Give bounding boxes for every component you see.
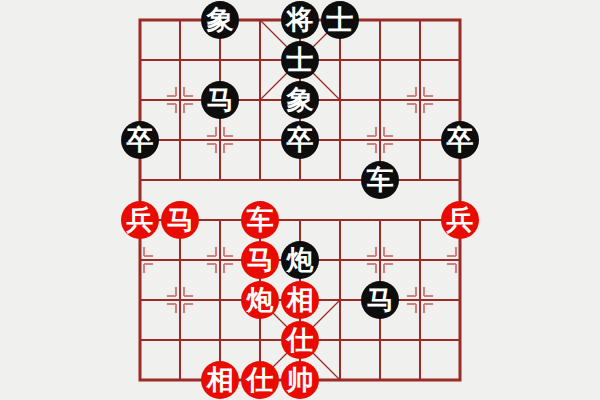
board-point[interactable]: 兵 <box>120 200 160 240</box>
board-point[interactable] <box>160 0 200 40</box>
piece-black-horse[interactable]: 马 <box>361 281 399 319</box>
board-point[interactable]: 相 <box>200 360 240 400</box>
board-point[interactable] <box>360 240 400 280</box>
board-point[interactable] <box>440 360 480 400</box>
board-point[interactable] <box>200 120 240 160</box>
board-point[interactable] <box>240 120 280 160</box>
board-point[interactable] <box>360 320 400 360</box>
board-point[interactable] <box>320 320 360 360</box>
board-points: 象将士士马象卒卒卒车兵马车兵马炮炮相马仕相仕帅 <box>120 0 480 400</box>
board-point[interactable] <box>200 40 240 80</box>
board-point[interactable] <box>280 200 320 240</box>
board-point[interactable]: 相 <box>280 280 320 320</box>
piece-red-horse[interactable]: 马 <box>161 201 199 239</box>
board-point[interactable] <box>440 280 480 320</box>
board-point[interactable] <box>120 280 160 320</box>
board-point[interactable] <box>160 320 200 360</box>
board-point[interactable]: 炮 <box>240 280 280 320</box>
piece-black-soldier[interactable]: 卒 <box>121 121 159 159</box>
board-point[interactable] <box>200 320 240 360</box>
board-point[interactable] <box>320 160 360 200</box>
board-point[interactable] <box>400 360 440 400</box>
board-point[interactable] <box>400 200 440 240</box>
board-point[interactable] <box>400 80 440 120</box>
board-point[interactable] <box>200 200 240 240</box>
board-point[interactable] <box>160 360 200 400</box>
board-point[interactable]: 士 <box>320 0 360 40</box>
board-point[interactable] <box>200 280 240 320</box>
board-point[interactable]: 车 <box>240 200 280 240</box>
piece-red-elephant[interactable]: 相 <box>281 281 319 319</box>
board-point[interactable]: 卒 <box>280 120 320 160</box>
board-point[interactable] <box>400 40 440 80</box>
board-point[interactable]: 马 <box>200 80 240 120</box>
board-point[interactable] <box>120 360 160 400</box>
board-point[interactable] <box>280 160 320 200</box>
board-point[interactable] <box>400 0 440 40</box>
board-point[interactable] <box>440 0 480 40</box>
board-point[interactable] <box>320 360 360 400</box>
piece-black-elephant[interactable]: 象 <box>201 1 239 39</box>
board-point[interactable] <box>440 320 480 360</box>
board-point[interactable] <box>240 40 280 80</box>
board-point[interactable]: 士 <box>280 40 320 80</box>
piece-red-advisor[interactable]: 仕 <box>241 361 279 399</box>
board-point[interactable] <box>360 120 400 160</box>
board-point[interactable] <box>400 320 440 360</box>
board-point[interactable] <box>120 320 160 360</box>
board-point[interactable]: 卒 <box>440 120 480 160</box>
piece-black-advisor[interactable]: 士 <box>281 41 319 79</box>
piece-red-advisor[interactable]: 仕 <box>281 321 319 359</box>
board-point[interactable]: 炮 <box>280 240 320 280</box>
board-point[interactable] <box>160 40 200 80</box>
piece-red-horse[interactable]: 马 <box>241 241 279 279</box>
piece-red-chariot[interactable]: 车 <box>241 201 279 239</box>
board-point[interactable] <box>320 280 360 320</box>
board-point[interactable] <box>320 240 360 280</box>
board-point[interactable] <box>440 240 480 280</box>
board-point[interactable] <box>160 80 200 120</box>
piece-red-general[interactable]: 帅 <box>281 361 319 399</box>
piece-black-horse[interactable]: 马 <box>201 81 239 119</box>
piece-black-chariot[interactable]: 车 <box>361 161 399 199</box>
board-point[interactable]: 象 <box>200 0 240 40</box>
board-point[interactable]: 兵 <box>440 200 480 240</box>
board-point[interactable]: 马 <box>160 200 200 240</box>
board-point[interactable] <box>160 120 200 160</box>
board-point[interactable]: 将 <box>280 0 320 40</box>
piece-red-soldier[interactable]: 兵 <box>121 201 159 239</box>
piece-black-cannon[interactable]: 炮 <box>281 241 319 279</box>
board-point[interactable]: 仕 <box>280 320 320 360</box>
piece-red-soldier[interactable]: 兵 <box>441 201 479 239</box>
board-point[interactable] <box>320 200 360 240</box>
board-point[interactable] <box>440 40 480 80</box>
board-point[interactable] <box>360 200 400 240</box>
board-point[interactable] <box>240 160 280 200</box>
board-point[interactable] <box>360 80 400 120</box>
board-point[interactable] <box>240 0 280 40</box>
piece-black-soldier[interactable]: 卒 <box>281 121 319 159</box>
piece-black-soldier[interactable]: 卒 <box>441 121 479 159</box>
board-point[interactable] <box>440 160 480 200</box>
board-point[interactable] <box>120 160 160 200</box>
board-point[interactable] <box>200 160 240 200</box>
board-point[interactable] <box>400 280 440 320</box>
board-point[interactable]: 马 <box>360 280 400 320</box>
board-point[interactable] <box>160 240 200 280</box>
board-point[interactable]: 车 <box>360 160 400 200</box>
board-point[interactable] <box>320 40 360 80</box>
piece-black-general[interactable]: 将 <box>281 1 319 39</box>
xiangqi-board: 象将士士马象卒卒卒车兵马车兵马炮炮相马仕相仕帅 <box>0 0 600 400</box>
board-point[interactable]: 帅 <box>280 360 320 400</box>
piece-black-advisor[interactable]: 士 <box>321 1 359 39</box>
board-point[interactable] <box>440 80 480 120</box>
board-point[interactable] <box>240 320 280 360</box>
board-point[interactable]: 马 <box>240 240 280 280</box>
board-point[interactable] <box>120 40 160 80</box>
board-point[interactable] <box>320 80 360 120</box>
piece-red-elephant[interactable]: 相 <box>201 361 239 399</box>
board-point[interactable] <box>120 80 160 120</box>
board-point[interactable]: 卒 <box>120 120 160 160</box>
board-point[interactable] <box>400 120 440 160</box>
board-point[interactable] <box>360 360 400 400</box>
board-point[interactable] <box>120 0 160 40</box>
board-point[interactable] <box>120 240 160 280</box>
board-point[interactable]: 象 <box>280 80 320 120</box>
piece-black-elephant[interactable]: 象 <box>281 81 319 119</box>
board-point[interactable] <box>360 0 400 40</box>
board-point[interactable] <box>400 160 440 200</box>
board-point[interactable] <box>320 120 360 160</box>
board-point[interactable] <box>160 280 200 320</box>
board-point[interactable]: 仕 <box>240 360 280 400</box>
board-point[interactable] <box>400 240 440 280</box>
board-point[interactable] <box>160 160 200 200</box>
board-point[interactable] <box>240 80 280 120</box>
board-point[interactable] <box>200 240 240 280</box>
piece-red-cannon[interactable]: 炮 <box>241 281 279 319</box>
board-point[interactable] <box>360 40 400 80</box>
